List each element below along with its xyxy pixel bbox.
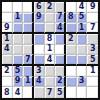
cell-r3c1[interactable]: 9	[2, 23, 13, 34]
cell-r6c1[interactable]	[2, 55, 13, 66]
cell-r9c2[interactable]: 4	[13, 87, 24, 98]
cell-r9c6[interactable]: 5	[55, 87, 66, 98]
cell-r3c4[interactable]	[34, 23, 45, 34]
cell-r9c4[interactable]	[34, 87, 45, 98]
cell-r5c1[interactable]: 4	[2, 45, 13, 56]
cell-r8c1[interactable]	[2, 77, 13, 88]
cell-r6c2[interactable]	[13, 55, 24, 66]
cell-r9c8[interactable]	[77, 87, 88, 98]
sudoku-board: 62491978594171824137452531914238475	[0, 0, 100, 100]
cell-r8c5[interactable]	[45, 77, 56, 88]
cell-r1c1[interactable]	[2, 2, 13, 13]
cell-r7c4[interactable]: 3	[34, 66, 45, 77]
cell-r4c9[interactable]	[87, 34, 98, 45]
cell-r2c2[interactable]: 1	[13, 13, 24, 24]
cell-r1c4[interactable]: 6	[34, 2, 45, 13]
cell-r5c5[interactable]: 1	[45, 45, 56, 56]
cell-r6c7[interactable]	[66, 55, 77, 66]
cell-r1c8[interactable]: 4	[77, 2, 88, 13]
cell-r5c2[interactable]	[13, 45, 24, 56]
cell-r7c3[interactable]	[23, 66, 34, 77]
cell-r3c9[interactable]: 7	[87, 23, 98, 34]
cell-r4c6[interactable]	[55, 34, 66, 45]
cell-r1c6[interactable]	[55, 2, 66, 13]
cell-r8c9[interactable]	[87, 77, 98, 88]
cell-r7c5[interactable]	[45, 66, 56, 77]
cell-r6c5[interactable]: 4	[45, 55, 56, 66]
cell-r6c3[interactable]: 7	[23, 55, 34, 66]
cell-r3c5[interactable]	[45, 23, 56, 34]
cell-r9c3[interactable]	[23, 87, 34, 98]
cell-r9c5[interactable]: 7	[45, 87, 56, 98]
cell-r7c2[interactable]: 5	[13, 66, 24, 77]
cell-r2c9[interactable]	[87, 13, 98, 24]
cell-r3c8[interactable]: 1	[77, 23, 88, 34]
cell-r2c3[interactable]	[23, 13, 34, 24]
cell-r8c8[interactable]: 3	[77, 77, 88, 88]
cell-r6c6[interactable]	[55, 55, 66, 66]
cell-r8c3[interactable]: 1	[23, 77, 34, 88]
cell-r8c4[interactable]: 4	[34, 77, 45, 88]
cell-r5c8[interactable]	[77, 45, 88, 56]
cell-r5c4[interactable]	[34, 45, 45, 56]
cell-r4c5[interactable]: 8	[45, 34, 56, 45]
cell-r3c3[interactable]	[23, 23, 34, 34]
cell-r6c4[interactable]	[34, 55, 45, 66]
cell-r7c7[interactable]	[66, 66, 77, 77]
cell-r2c6[interactable]: 7	[55, 13, 66, 24]
cell-r1c5[interactable]: 2	[45, 2, 56, 13]
cell-r7c9[interactable]: 1	[87, 66, 98, 77]
cell-r4c3[interactable]	[23, 34, 34, 45]
cell-r5c3[interactable]	[23, 45, 34, 56]
cell-r2c1[interactable]	[2, 13, 13, 24]
cell-r1c2[interactable]	[13, 2, 24, 13]
cell-r9c1[interactable]: 8	[2, 87, 13, 98]
cell-r1c3[interactable]	[23, 2, 34, 13]
cell-r4c4[interactable]	[34, 34, 45, 45]
cell-r8c6[interactable]: 2	[55, 77, 66, 88]
cell-r9c9[interactable]	[87, 87, 98, 98]
cell-r9c7[interactable]	[66, 87, 77, 98]
cell-r4c2[interactable]	[13, 34, 24, 45]
cell-r7c8[interactable]	[77, 66, 88, 77]
cell-r4c1[interactable]: 1	[2, 34, 13, 45]
cell-r5c9[interactable]: 3	[87, 45, 98, 56]
cell-r8c7[interactable]	[66, 77, 77, 88]
cell-r2c4[interactable]: 9	[34, 13, 45, 24]
cell-r1c7[interactable]	[66, 2, 77, 13]
cell-r6c8[interactable]	[77, 55, 88, 66]
cell-r2c7[interactable]: 8	[66, 13, 77, 24]
cell-r3c7[interactable]	[66, 23, 77, 34]
cell-r5c7[interactable]	[66, 45, 77, 56]
cell-r5c6[interactable]	[55, 45, 66, 56]
cell-r1c9[interactable]: 9	[87, 2, 98, 13]
cell-r4c7[interactable]: 2	[66, 34, 77, 45]
cell-r3c2[interactable]	[13, 23, 24, 34]
cell-r8c2[interactable]: 9	[13, 77, 24, 88]
cell-r3c6[interactable]: 4	[55, 23, 66, 34]
cell-r6c9[interactable]: 5	[87, 55, 98, 66]
cell-r2c8[interactable]: 5	[77, 13, 88, 24]
cell-r2c5[interactable]	[45, 13, 56, 24]
cell-r7c6[interactable]	[55, 66, 66, 77]
cell-r7c1[interactable]: 2	[2, 66, 13, 77]
cell-r4c8[interactable]	[77, 34, 88, 45]
